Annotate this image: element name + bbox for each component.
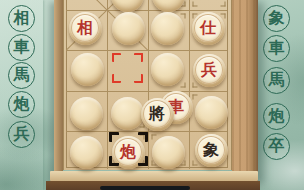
tray-label: 象 xyxy=(269,8,285,29)
tray-right-item-pao: 炮 xyxy=(263,103,290,130)
hidden-piece[interactable] xyxy=(70,136,103,169)
tray-label: 炮 xyxy=(269,106,285,127)
hidden-piece[interactable] xyxy=(70,97,103,130)
grid-line xyxy=(66,50,227,51)
selected-piece-frame xyxy=(109,132,148,166)
tray-label: 兵 xyxy=(14,124,30,145)
tray-label: 馬 xyxy=(14,65,30,86)
tray-label: 相 xyxy=(14,8,30,29)
board-right-edge xyxy=(232,0,258,182)
hidden-piece[interactable] xyxy=(111,97,144,130)
tray-left-item-xiang: 相 xyxy=(8,5,35,32)
board-left-edge xyxy=(54,0,63,182)
hidden-piece[interactable] xyxy=(152,136,185,169)
point-mark xyxy=(180,161,197,171)
piece-red-shi[interactable]: 仕 xyxy=(192,12,225,45)
tray-right-item-zu: 卒 xyxy=(263,133,290,160)
board-bottom-rim xyxy=(50,171,258,182)
piece-face: 仕 xyxy=(194,14,222,42)
point-mark xyxy=(221,1,233,18)
tray-label: 車 xyxy=(14,37,30,58)
tray-right-item-ju: 車 xyxy=(263,35,290,62)
grid-line xyxy=(66,91,227,92)
piece-face: 相 xyxy=(71,14,99,42)
piece-black-xiang[interactable]: 象 xyxy=(195,134,228,167)
piece-face: 將 xyxy=(143,100,171,128)
hidden-piece[interactable] xyxy=(112,12,145,45)
hidden-piece[interactable] xyxy=(195,96,228,129)
game-screen: 相 車 馬 炮 兵 象 車 馬 炮 卒 相 仕 兵 xyxy=(0,0,304,190)
tray-right-item-ma: 馬 xyxy=(263,67,290,94)
tray-label: 車 xyxy=(269,38,285,59)
piece-red-bing[interactable]: 兵 xyxy=(193,54,226,87)
piece-red-xiang[interactable]: 相 xyxy=(69,12,102,45)
hidden-piece[interactable] xyxy=(151,53,184,86)
tray-left-item-ma: 馬 xyxy=(8,62,35,89)
tray-label: 馬 xyxy=(269,70,285,91)
bottom-bar xyxy=(100,186,190,191)
hidden-piece[interactable] xyxy=(151,12,184,45)
tray-right-item-xiang: 象 xyxy=(263,5,290,32)
piece-face: 兵 xyxy=(195,56,223,84)
move-target-frame[interactable] xyxy=(112,53,143,83)
tray-left-item-ju: 車 xyxy=(8,34,35,61)
tray-left-item-bing: 兵 xyxy=(8,121,35,148)
piece-black-jiang[interactable]: 將 xyxy=(141,98,174,131)
tray-label: 卒 xyxy=(269,136,285,157)
hidden-piece[interactable] xyxy=(71,53,104,86)
piece-face: 象 xyxy=(197,136,225,164)
tray-label: 炮 xyxy=(14,94,30,115)
tray-left-item-pao: 炮 xyxy=(8,91,35,118)
